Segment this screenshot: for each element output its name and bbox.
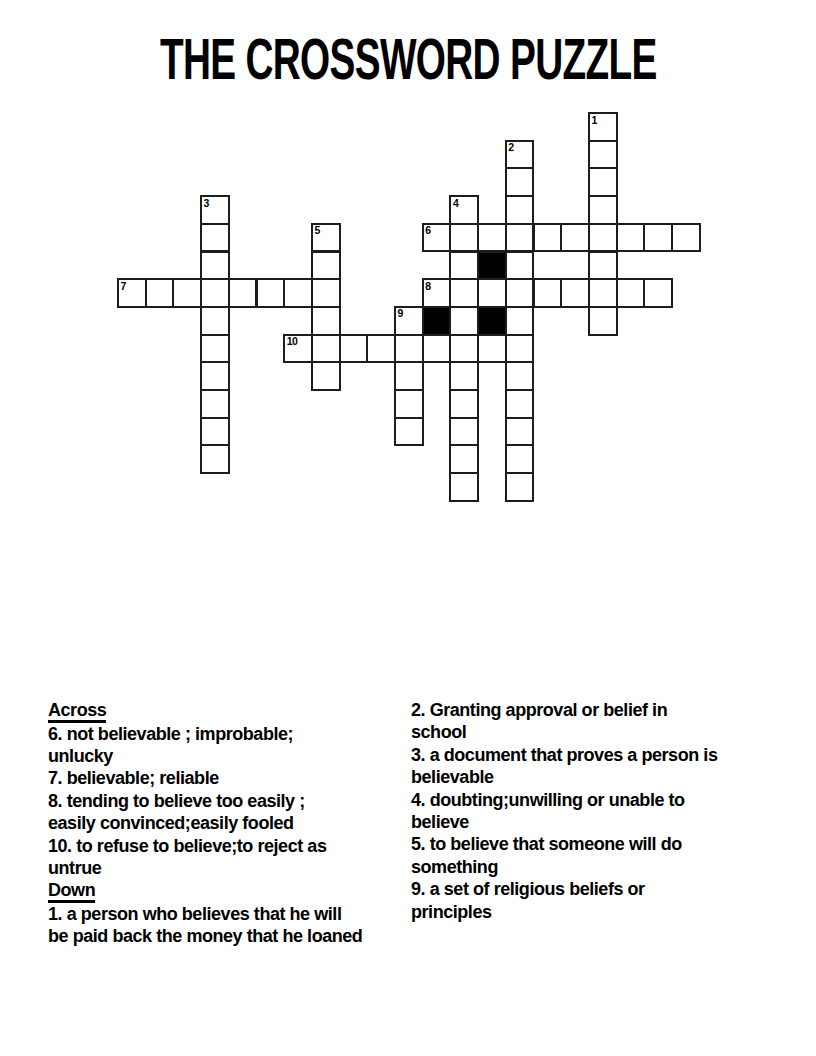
grid-cell[interactable] xyxy=(145,278,175,308)
grid-cell[interactable] xyxy=(588,140,618,170)
clue-number-9: 9 xyxy=(398,308,403,319)
grid-cell[interactable] xyxy=(200,278,230,308)
page: THE CROSSWORD PUZZLE 12345678910 Across6… xyxy=(0,0,816,1056)
grid-cell[interactable] xyxy=(505,389,535,419)
grid-cell[interactable] xyxy=(394,417,424,447)
grid-cell[interactable] xyxy=(477,334,507,364)
grid-cell[interactable] xyxy=(560,223,590,253)
clue-6-cont: unlucky xyxy=(48,745,406,767)
clue-heading-line: Down xyxy=(48,879,406,903)
grid-cell[interactable] xyxy=(366,334,396,364)
clues-left-column: Across6. not believable ; improbable;unl… xyxy=(48,699,406,948)
grid-cell[interactable] xyxy=(200,251,230,281)
grid-cell[interactable]: 6 xyxy=(422,223,452,253)
grid-cell[interactable]: 3 xyxy=(200,195,230,225)
page-title: THE CROSSWORD PUZZLE xyxy=(0,30,816,88)
grid-cell[interactable] xyxy=(394,334,424,364)
clue-number-8: 8 xyxy=(425,281,430,292)
grid-cell[interactable] xyxy=(311,361,341,391)
grid-cell[interactable] xyxy=(643,278,673,308)
clue-9: 9. a set of religious beliefs or xyxy=(411,878,771,900)
grid-cell[interactable] xyxy=(616,278,646,308)
clue-number-4: 4 xyxy=(453,198,458,209)
clue-1: 1. a person who believes that he will xyxy=(48,903,406,925)
clue-number-3: 3 xyxy=(204,198,209,209)
grid-cell[interactable] xyxy=(394,361,424,391)
grid-cell[interactable] xyxy=(505,223,535,253)
grid-cell[interactable] xyxy=(505,417,535,447)
grid-cell[interactable] xyxy=(449,223,479,253)
grid-cell[interactable]: 10 xyxy=(283,334,313,364)
grid-cell[interactable]: 7 xyxy=(117,278,147,308)
grid-cell[interactable] xyxy=(588,278,618,308)
black-cell xyxy=(477,251,507,281)
grid-cell[interactable] xyxy=(283,278,313,308)
grid-cell[interactable] xyxy=(311,306,341,336)
grid-cell[interactable] xyxy=(505,361,535,391)
down-heading: Down xyxy=(48,881,95,903)
grid-cell[interactable]: 4 xyxy=(449,195,479,225)
clue-10-cont: untrue xyxy=(48,857,406,879)
grid-cell[interactable] xyxy=(200,334,230,364)
grid-cell[interactable]: 2 xyxy=(505,140,535,170)
clue-10: 10. to refuse to believe;to reject as xyxy=(48,835,406,857)
crossword-grid: 12345678910 xyxy=(117,112,701,502)
grid-cell[interactable] xyxy=(172,278,202,308)
clue-8: 8. tending to believe too easily ; xyxy=(48,790,406,812)
grid-cell[interactable] xyxy=(449,444,479,474)
grid-cell[interactable] xyxy=(588,167,618,197)
clue-7: 7. believable; reliable xyxy=(48,767,406,789)
grid-cell[interactable] xyxy=(588,223,618,253)
grid-cell[interactable] xyxy=(449,389,479,419)
grid-cell[interactable] xyxy=(505,444,535,474)
grid-cell[interactable] xyxy=(449,251,479,281)
grid-cell[interactable] xyxy=(560,278,590,308)
grid-cell[interactable] xyxy=(477,278,507,308)
grid-cell[interactable] xyxy=(311,334,341,364)
grid-cell[interactable] xyxy=(588,306,618,336)
grid-cell[interactable]: 9 xyxy=(394,306,424,336)
clue-heading-line: Across xyxy=(48,699,406,723)
grid-cell[interactable] xyxy=(449,306,479,336)
clue-5: 5. to believe that someone will do xyxy=(411,833,771,855)
grid-cell[interactable] xyxy=(505,195,535,225)
grid-cell[interactable] xyxy=(449,278,479,308)
grid-cell[interactable] xyxy=(200,417,230,447)
grid-cell[interactable] xyxy=(449,334,479,364)
grid-cell[interactable] xyxy=(394,389,424,419)
across-heading: Across xyxy=(48,701,106,723)
clues-right-column: 2. Granting approval or belief inschool3… xyxy=(411,699,771,923)
black-cell xyxy=(422,306,452,336)
grid-cell[interactable] xyxy=(200,223,230,253)
clue-3-cont: believable xyxy=(411,766,771,788)
clue-number-10: 10 xyxy=(287,336,298,347)
grid-cell[interactable] xyxy=(256,278,286,308)
grid-cell[interactable] xyxy=(533,278,563,308)
grid-cell[interactable] xyxy=(228,278,258,308)
grid-cell[interactable] xyxy=(588,251,618,281)
grid-cell[interactable]: 1 xyxy=(588,112,618,142)
grid-cell[interactable] xyxy=(200,389,230,419)
grid-cell[interactable] xyxy=(200,306,230,336)
clue-4: 4. doubting;unwilling or unable to xyxy=(411,789,771,811)
grid-cell[interactable] xyxy=(505,306,535,336)
grid-cell[interactable] xyxy=(588,195,618,225)
clue-3: 3. a document that proves a person is xyxy=(411,744,771,766)
clue-number-6: 6 xyxy=(425,225,430,236)
grid-cell[interactable] xyxy=(422,334,452,364)
clue-number-2: 2 xyxy=(508,142,513,153)
grid-cell[interactable] xyxy=(505,334,535,364)
grid-cell[interactable] xyxy=(505,278,535,308)
clue-8-cont: easily convinced;easily fooled xyxy=(48,812,406,834)
clue-4-cont: believe xyxy=(411,811,771,833)
grid-cell[interactable] xyxy=(200,444,230,474)
grid-cell[interactable] xyxy=(311,278,341,308)
grid-cell[interactable] xyxy=(449,417,479,447)
grid-cell[interactable] xyxy=(505,251,535,281)
grid-cell[interactable]: 8 xyxy=(422,278,452,308)
clue-number-5: 5 xyxy=(314,225,319,236)
grid-cell[interactable] xyxy=(449,361,479,391)
grid-cell[interactable] xyxy=(339,334,369,364)
clue-1-cont: be paid back the money that he loaned xyxy=(48,925,406,947)
grid-cell[interactable] xyxy=(616,223,646,253)
clue-2: 2. Granting approval or belief in xyxy=(411,699,771,721)
grid-cell[interactable] xyxy=(533,223,563,253)
grid-cell[interactable] xyxy=(311,251,341,281)
black-cell xyxy=(477,306,507,336)
clue-9-cont: principles xyxy=(411,901,771,923)
grid-cell[interactable] xyxy=(643,223,673,253)
grid-cell[interactable] xyxy=(671,223,701,253)
clue-6: 6. not believable ; improbable; xyxy=(48,723,406,745)
grid-cell[interactable] xyxy=(477,223,507,253)
page-title-text: THE CROSSWORD PUZZLE xyxy=(160,30,657,88)
grid-cell[interactable] xyxy=(449,472,479,502)
grid-cell[interactable] xyxy=(200,361,230,391)
grid-cell[interactable] xyxy=(505,472,535,502)
clue-5-cont: something xyxy=(411,856,771,878)
grid-cell[interactable]: 5 xyxy=(311,223,341,253)
clue-number-1: 1 xyxy=(591,115,596,126)
clue-number-7: 7 xyxy=(121,281,126,292)
clue-2-cont: school xyxy=(411,721,771,743)
grid-cell[interactable] xyxy=(505,167,535,197)
